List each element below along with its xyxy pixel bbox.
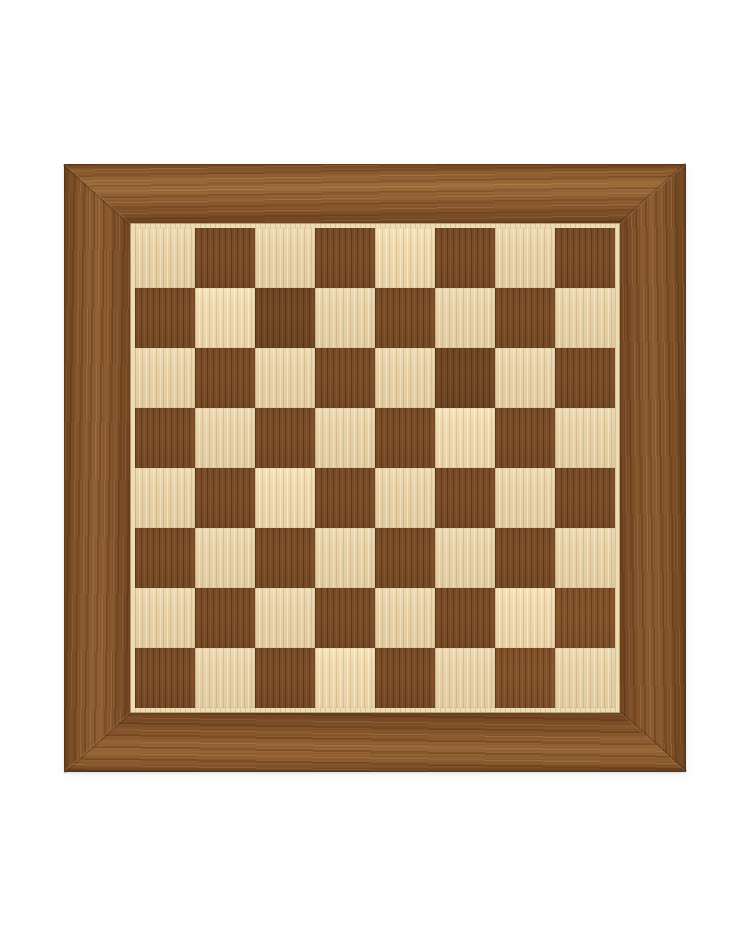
frame-left-rail — [64, 164, 135, 772]
square-b1[interactable] — [195, 648, 255, 708]
square-g8[interactable] — [495, 228, 555, 288]
square-e4[interactable] — [375, 468, 435, 528]
miter-seam-top-right — [613, 163, 686, 229]
square-a6[interactable] — [135, 348, 195, 408]
square-a5[interactable] — [135, 408, 195, 468]
square-d1[interactable] — [315, 648, 375, 708]
miter-seam-top-left — [63, 164, 136, 230]
square-b8[interactable] — [195, 228, 255, 288]
square-c3[interactable] — [255, 528, 315, 588]
square-g7[interactable] — [495, 288, 555, 348]
square-g3[interactable] — [495, 528, 555, 588]
square-h7[interactable] — [555, 288, 615, 348]
square-b4[interactable] — [195, 468, 255, 528]
square-g4[interactable] — [495, 468, 555, 528]
square-f5[interactable] — [435, 408, 495, 468]
square-g6[interactable] — [495, 348, 555, 408]
square-c5[interactable] — [255, 408, 315, 468]
square-h3[interactable] — [555, 528, 615, 588]
square-h2[interactable] — [555, 588, 615, 648]
square-c1[interactable] — [255, 648, 315, 708]
chess-board — [64, 164, 686, 772]
page-background — [0, 0, 750, 938]
square-b2[interactable] — [195, 588, 255, 648]
square-d2[interactable] — [315, 588, 375, 648]
square-f3[interactable] — [435, 528, 495, 588]
square-b7[interactable] — [195, 288, 255, 348]
square-a7[interactable] — [135, 288, 195, 348]
square-c6[interactable] — [255, 348, 315, 408]
frame-bottom-rail — [64, 708, 686, 772]
square-d3[interactable] — [315, 528, 375, 588]
square-f4[interactable] — [435, 468, 495, 528]
square-f8[interactable] — [435, 228, 495, 288]
miter-seam-bottom-right — [614, 706, 687, 772]
square-e5[interactable] — [375, 408, 435, 468]
square-h4[interactable] — [555, 468, 615, 528]
square-c2[interactable] — [255, 588, 315, 648]
square-e2[interactable] — [375, 588, 435, 648]
square-e8[interactable] — [375, 228, 435, 288]
square-d6[interactable] — [315, 348, 375, 408]
square-e7[interactable] — [375, 288, 435, 348]
board-field — [135, 228, 615, 708]
square-h1[interactable] — [555, 648, 615, 708]
square-a4[interactable] — [135, 468, 195, 528]
square-a3[interactable] — [135, 528, 195, 588]
square-f2[interactable] — [435, 588, 495, 648]
square-g2[interactable] — [495, 588, 555, 648]
square-a1[interactable] — [135, 648, 195, 708]
square-d4[interactable] — [315, 468, 375, 528]
square-f7[interactable] — [435, 288, 495, 348]
square-g1[interactable] — [495, 648, 555, 708]
square-h5[interactable] — [555, 408, 615, 468]
square-b5[interactable] — [195, 408, 255, 468]
square-d8[interactable] — [315, 228, 375, 288]
square-c7[interactable] — [255, 288, 315, 348]
square-b3[interactable] — [195, 528, 255, 588]
square-d5[interactable] — [315, 408, 375, 468]
miter-seam-bottom-left — [64, 707, 137, 773]
frame-top-rail — [64, 164, 686, 228]
square-h8[interactable] — [555, 228, 615, 288]
square-e6[interactable] — [375, 348, 435, 408]
square-a8[interactable] — [135, 228, 195, 288]
square-e1[interactable] — [375, 648, 435, 708]
frame-right-rail — [615, 164, 686, 772]
square-e3[interactable] — [375, 528, 435, 588]
square-f6[interactable] — [435, 348, 495, 408]
square-g5[interactable] — [495, 408, 555, 468]
square-c8[interactable] — [255, 228, 315, 288]
square-c4[interactable] — [255, 468, 315, 528]
square-h6[interactable] — [555, 348, 615, 408]
square-f1[interactable] — [435, 648, 495, 708]
square-a2[interactable] — [135, 588, 195, 648]
square-d7[interactable] — [315, 288, 375, 348]
square-b6[interactable] — [195, 348, 255, 408]
